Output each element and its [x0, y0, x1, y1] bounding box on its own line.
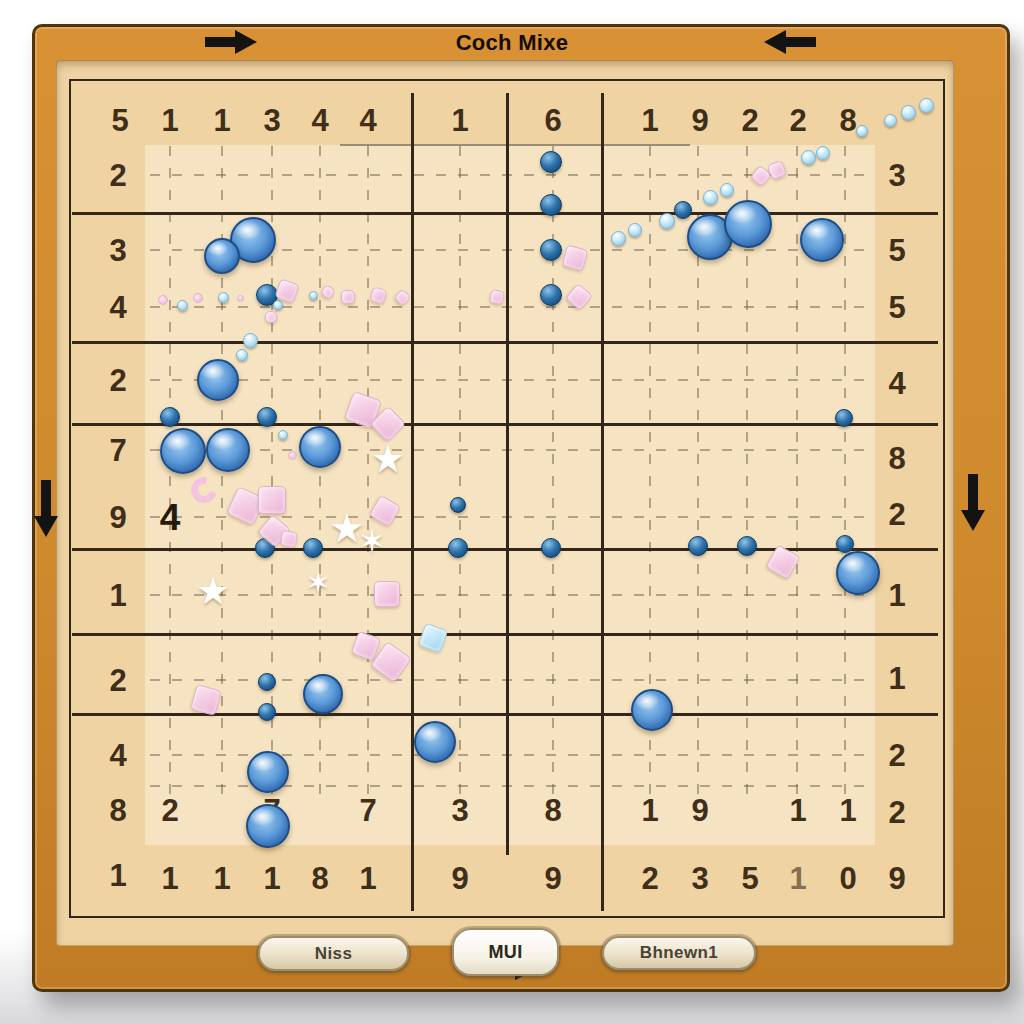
piece-bead-navy[interactable] [303, 538, 323, 558]
board-number: 2 [888, 499, 905, 530]
board-number: 2 [109, 665, 126, 696]
piece-bead-lightblue[interactable] [243, 333, 258, 348]
board-number: 7 [109, 435, 126, 466]
piece-marble-blue[interactable] [303, 674, 343, 714]
piece-bead-navy[interactable] [448, 538, 468, 558]
piece-bead-lightblue[interactable] [659, 213, 675, 229]
board-number: 1 [641, 105, 658, 136]
piece-candy-pink[interactable] [280, 530, 299, 549]
right-arrow-shaft [205, 37, 235, 47]
grid-line [72, 423, 938, 426]
piece-marble-blue[interactable] [247, 751, 289, 793]
board-number: 3 [451, 795, 468, 826]
piece-candy-pink[interactable] [258, 486, 286, 514]
board-number: 8 [839, 105, 856, 136]
piece-bead-navy[interactable] [688, 536, 708, 556]
board-number: 2 [789, 105, 806, 136]
board-number: 2 [741, 105, 758, 136]
left-arrow-shaft [786, 37, 816, 47]
piece-bead-lightblue[interactable] [218, 292, 229, 303]
niss-button[interactable]: Niss [258, 936, 409, 971]
board-number: 3 [888, 160, 905, 191]
piece-bead-lightblue[interactable] [236, 349, 248, 361]
piece-candy-pink[interactable] [265, 311, 277, 323]
board-number: 1 [213, 105, 230, 136]
piece-marble-blue[interactable] [414, 721, 456, 763]
board-number: 7 [359, 795, 376, 826]
board-number: 9 [109, 502, 126, 533]
piece-marble-blue[interactable] [197, 359, 239, 401]
page: Coch Mixe 511344161922823427912481355482… [0, 0, 1024, 1024]
board-number: 4 [160, 499, 181, 536]
piece-bead-navy[interactable] [540, 151, 562, 173]
bhnewn1-button[interactable]: Bhnewn1 [602, 936, 756, 970]
piece-bead-lightblue[interactable] [278, 430, 288, 440]
board-number: 1 [359, 863, 376, 894]
board-number: 1 [888, 580, 905, 611]
board-number: 3 [691, 863, 708, 894]
board-number: 9 [544, 863, 561, 894]
piece-star-white[interactable]: ★ [194, 572, 232, 610]
piece-bead-navy[interactable] [258, 673, 276, 691]
board-number: 1 [161, 105, 178, 136]
board-number: 9 [691, 795, 708, 826]
grid-line [72, 548, 938, 551]
down-arrow-shaft [41, 480, 51, 516]
grid-line [506, 93, 509, 855]
piece-bead-navy[interactable] [836, 535, 854, 553]
piece-bead-navy[interactable] [737, 536, 757, 556]
piece-dot-pink[interactable] [237, 295, 244, 302]
piece-bead-navy[interactable] [835, 409, 853, 427]
piece-dot-pink[interactable] [288, 451, 297, 460]
mui-button[interactable]: MUI [452, 928, 559, 976]
piece-bead-lightblue[interactable] [856, 125, 868, 137]
piece-star-white[interactable]: ★ [369, 440, 407, 478]
left-arrow-icon[interactable] [764, 30, 816, 54]
board-number: 1 [213, 863, 230, 894]
piece-bead-lightblue[interactable] [720, 183, 734, 197]
page-title: Coch Mixe [456, 30, 569, 56]
piece-candy-pink[interactable] [374, 581, 400, 607]
piece-marble-blue[interactable] [204, 238, 240, 274]
board-number: 4 [109, 292, 126, 323]
board-number: 2 [641, 863, 658, 894]
board-number: 1 [789, 863, 806, 894]
piece-bead-navy[interactable] [160, 407, 180, 427]
down-arrow-shaft [968, 474, 978, 510]
grid-line [411, 93, 414, 911]
board-number: 2 [161, 795, 178, 826]
piece-bead-navy[interactable] [450, 497, 466, 513]
piece-marble-blue[interactable] [299, 426, 341, 468]
grid-line [72, 713, 938, 716]
piece-marble-blue[interactable] [631, 689, 673, 731]
piece-bead-navy[interactable] [540, 194, 562, 216]
left-arrow-head [764, 30, 786, 54]
board-number: 2 [888, 740, 905, 771]
board-number: 2 [888, 797, 905, 828]
piece-marble-blue[interactable] [836, 551, 880, 595]
board-number: 9 [451, 863, 468, 894]
piece-bead-lightblue[interactable] [801, 150, 816, 165]
board-number: 5 [741, 863, 758, 894]
board-number: 5 [111, 105, 128, 136]
piece-bead-navy[interactable] [258, 703, 276, 721]
piece-star6-white[interactable]: ✶ [303, 568, 333, 598]
board-number: 8 [109, 795, 126, 826]
board-number: 2 [109, 365, 126, 396]
piece-marble-blue[interactable] [246, 804, 290, 848]
board-number: 5 [888, 292, 905, 323]
board-number: 1 [789, 795, 806, 826]
piece-candy-pink[interactable] [341, 290, 355, 304]
piece-bead-lightblue[interactable] [884, 114, 897, 127]
grid-line [601, 93, 604, 911]
piece-marble-blue[interactable] [160, 428, 206, 474]
board-number: 9 [888, 863, 905, 894]
piece-bead-navy[interactable] [257, 407, 277, 427]
board-number: 5 [888, 235, 905, 266]
board-number: 4 [109, 740, 126, 771]
board-number: 1 [839, 795, 856, 826]
piece-bead-lightblue[interactable] [901, 105, 916, 120]
piece-marble-blue[interactable] [724, 200, 772, 248]
piece-marble-blue[interactable] [800, 218, 844, 262]
board-number: 3 [263, 105, 280, 136]
board-number: 6 [544, 105, 561, 136]
board-number: 2 [109, 160, 126, 191]
grid-line [72, 633, 938, 636]
piece-bead-lightblue[interactable] [816, 146, 830, 160]
down-arrow-head [961, 510, 985, 531]
board-number: 1 [109, 860, 126, 891]
piece-bead-lightblue[interactable] [177, 300, 188, 311]
piece-star6-white[interactable]: ✶ [355, 524, 389, 558]
right-arrow-head [235, 30, 257, 54]
piece-dot-pink[interactable] [158, 295, 168, 305]
down-arrow-head [34, 516, 58, 537]
piece-bead-navy[interactable] [674, 201, 692, 219]
grid-line [72, 212, 938, 215]
down-arrow-left-icon[interactable] [34, 480, 58, 538]
board-number: 8 [544, 795, 561, 826]
board-number: 1 [109, 580, 126, 611]
board-number: 1 [263, 863, 280, 894]
grid-line [72, 341, 938, 344]
down-arrow-right-icon[interactable] [961, 474, 985, 532]
piece-bead-navy[interactable] [541, 538, 561, 558]
board-number: 0 [839, 863, 856, 894]
right-arrow-icon[interactable] [205, 30, 257, 54]
piece-bead-navy[interactable] [540, 284, 562, 306]
board-number: 1 [641, 795, 658, 826]
board-number: 4 [359, 105, 376, 136]
piece-bead-lightblue[interactable] [309, 291, 318, 300]
board-number: 8 [311, 863, 328, 894]
board-number: 1 [451, 105, 468, 136]
piece-bead-lightblue[interactable] [611, 231, 626, 246]
board-number: 9 [691, 105, 708, 136]
board-number: 4 [311, 105, 328, 136]
piece-bead-lightblue[interactable] [703, 190, 718, 205]
piece-bead-lightblue[interactable] [919, 98, 934, 113]
board-number: 1 [888, 663, 905, 694]
piece-bead-lightblue[interactable] [628, 223, 642, 237]
board-number: 8 [888, 443, 905, 474]
piece-dot-pink[interactable] [193, 293, 203, 303]
board-number: 1 [161, 863, 178, 894]
piece-marble-blue[interactable] [206, 428, 250, 472]
board-number: 4 [888, 368, 905, 399]
piece-bead-navy[interactable] [540, 239, 562, 261]
piece-candy-pink[interactable] [369, 286, 387, 304]
piece-bead-lightblue[interactable] [273, 300, 283, 310]
board-number: 3 [109, 235, 126, 266]
